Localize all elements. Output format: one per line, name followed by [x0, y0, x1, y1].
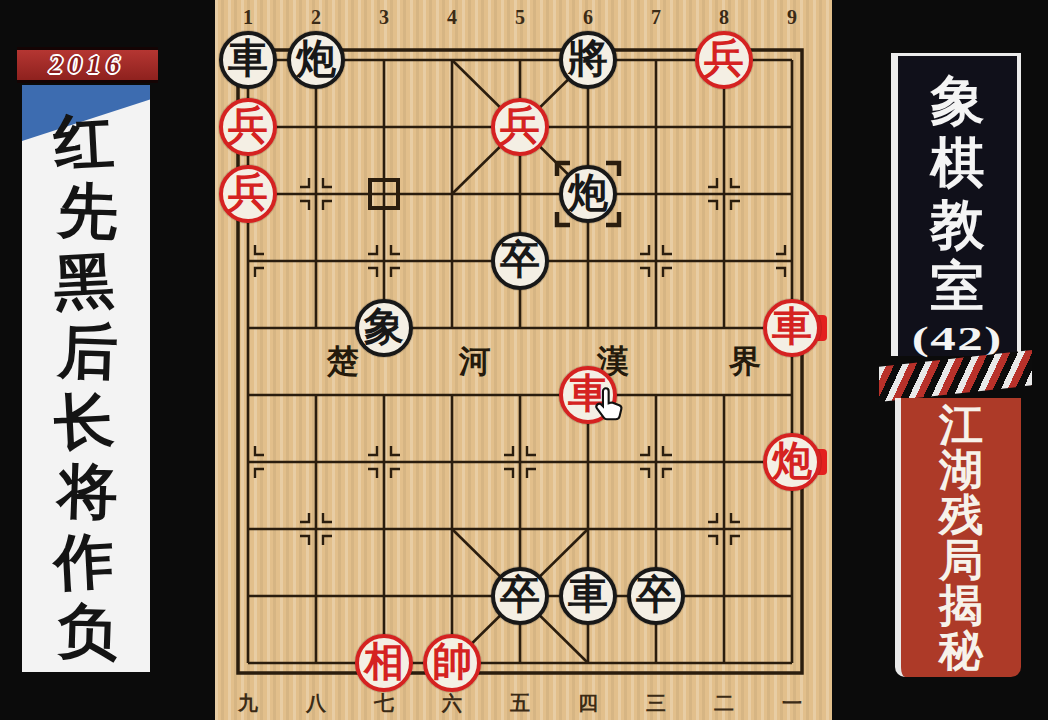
piece-glyph: 象	[364, 307, 404, 347]
top-file-label: 1	[236, 6, 260, 29]
subtitle-char: 秘	[939, 628, 983, 673]
piece-glyph: 車	[568, 575, 608, 615]
piece-black-炮[interactable]: 炮	[559, 165, 617, 223]
bottom-file-label: 六	[440, 690, 464, 717]
series-subtitle-panel: 江 湖 残 局 揭 秘	[895, 398, 1021, 677]
piece-black-卒[interactable]: 卒	[491, 232, 549, 290]
piece-red-兵[interactable]: 兵	[695, 31, 753, 89]
year-badge: 2016	[17, 47, 158, 83]
title-char: 象	[931, 70, 985, 132]
piece-black-象[interactable]: 象	[355, 299, 413, 357]
subtitle-char: 局	[939, 538, 983, 583]
piece-black-車[interactable]: 車	[559, 567, 617, 625]
bottom-file-label: 二	[712, 690, 736, 717]
channel-title-panel: 象 棋 教 室 (42)	[891, 53, 1021, 356]
piece-glyph: 兵	[704, 39, 744, 79]
title-char: 教	[931, 194, 985, 256]
piece-black-卒[interactable]: 卒	[627, 567, 685, 625]
piece-glyph: 炮	[568, 173, 608, 213]
bottom-file-label: 八	[304, 690, 328, 717]
slogan-char: 将	[57, 456, 119, 528]
top-file-label: 7	[644, 6, 668, 29]
piece-glyph: 車	[772, 307, 812, 347]
piece-glyph: 帥	[432, 642, 472, 682]
piece-black-炮[interactable]: 炮	[287, 31, 345, 89]
bottom-file-label: 七	[372, 690, 396, 717]
piece-glyph: 兵	[228, 106, 268, 146]
bottom-file-label: 四	[576, 690, 600, 717]
bottom-file-label: 一	[780, 690, 804, 717]
piece-black-車[interactable]: 車	[219, 31, 277, 89]
piece-glyph: 卒	[500, 575, 540, 615]
piece-glyph: 車	[228, 39, 268, 79]
top-file-label: 6	[576, 6, 600, 29]
slogan-text: 红 先 黑 后 长 将 作 负	[22, 107, 150, 667]
piece-glyph: 兵	[500, 106, 540, 146]
piece-red-炮[interactable]: 炮	[763, 433, 821, 491]
piece-glyph: 卒	[636, 575, 676, 615]
slogan-char: 先	[57, 176, 119, 248]
top-file-label: 5	[508, 6, 532, 29]
piece-glyph: 炮	[772, 441, 812, 481]
piece-red-車[interactable]: 車	[763, 299, 821, 357]
top-file-label: 4	[440, 6, 464, 29]
slogan-char: 负	[57, 596, 119, 668]
piece-glyph: 將	[568, 39, 608, 79]
title-char: 室	[931, 256, 985, 318]
piece-glyph: 炮	[296, 39, 336, 79]
bottom-file-label: 九	[236, 690, 260, 717]
piece-red-相[interactable]: 相	[355, 634, 413, 692]
top-file-label: 9	[780, 6, 804, 29]
piece-glyph: 兵	[228, 173, 268, 213]
subtitle-char: 江	[939, 403, 983, 448]
piece-red-兵[interactable]: 兵	[219, 98, 277, 156]
piece-red-兵[interactable]: 兵	[219, 165, 277, 223]
piece-glyph: 相	[364, 642, 404, 682]
top-file-label: 8	[712, 6, 736, 29]
slogan-panel: 红 先 黑 后 长 将 作 负	[22, 85, 150, 672]
piece-red-兵[interactable]: 兵	[491, 98, 549, 156]
slogan-char: 黑	[52, 246, 116, 319]
bottom-file-label: 五	[508, 690, 532, 717]
episode-number: (42)	[912, 320, 1003, 358]
piece-black-卒[interactable]: 卒	[491, 567, 549, 625]
slogan-char: 作	[52, 526, 116, 599]
subtitle-char: 残	[939, 493, 983, 538]
title-char: 棋	[931, 132, 985, 194]
subtitle-char: 湖	[939, 448, 983, 493]
xiangqi-board[interactable]: 楚 河 漢 界 123456789九八七六五四三二一車炮將兵兵兵兵炮卒象車車炮卒…	[215, 0, 832, 720]
top-file-label: 2	[304, 6, 328, 29]
slogan-char: 长	[52, 386, 116, 459]
bottom-file-label: 三	[644, 690, 668, 717]
top-file-label: 3	[372, 6, 396, 29]
slogan-char: 红	[52, 106, 116, 179]
piece-red-帥[interactable]: 帥	[423, 634, 481, 692]
slogan-char: 后	[57, 316, 119, 388]
subtitle-char: 揭	[939, 583, 983, 628]
piece-black-將[interactable]: 將	[559, 31, 617, 89]
river-label-chu-he: 楚 河	[327, 340, 537, 384]
piece-glyph: 卒	[500, 240, 540, 280]
